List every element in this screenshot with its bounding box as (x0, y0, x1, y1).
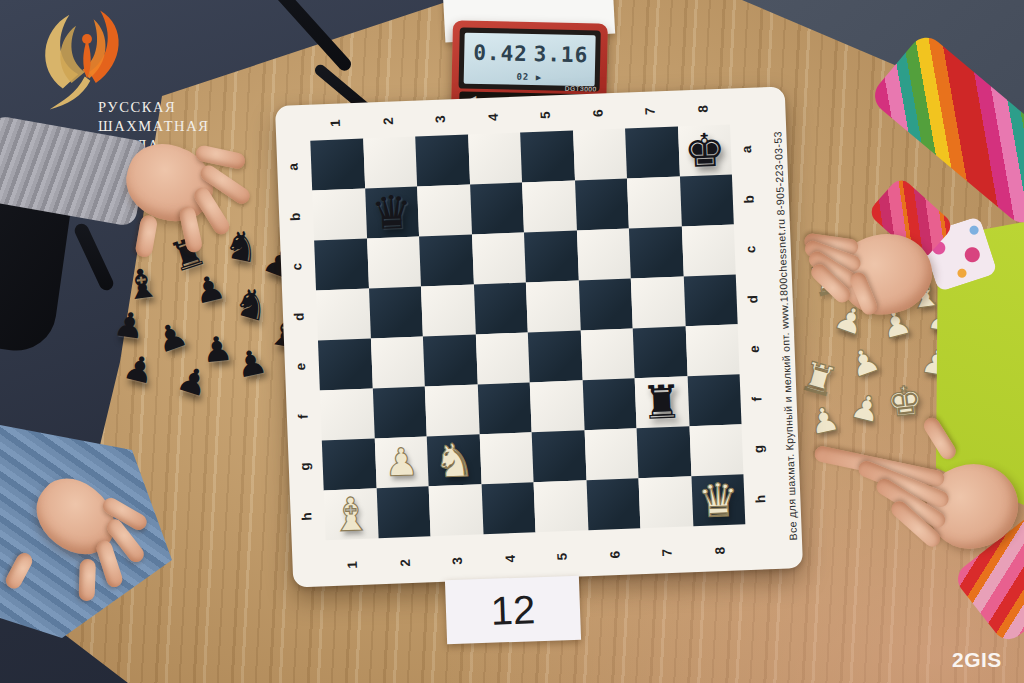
square-c4[interactable] (472, 232, 526, 284)
clock-bezel: 0.42 3.16 02 ▶ (459, 28, 601, 92)
white-bishop-h1[interactable]: ♝ (329, 491, 372, 539)
captured-white-piece-10[interactable]: ♟ (847, 388, 885, 428)
square-b2[interactable]: ♛ (365, 187, 419, 239)
square-a3[interactable] (415, 135, 469, 187)
rank-label-bottom-7: 7 (660, 548, 675, 556)
square-e6[interactable] (580, 328, 634, 380)
square-f6[interactable] (582, 378, 636, 430)
rank-label-bottom-5: 5 (555, 552, 570, 560)
logo-line-2: ШАХМАТНАЯ (98, 117, 210, 136)
file-label-right-d: d (745, 294, 760, 303)
square-c5[interactable] (524, 230, 578, 282)
file-label-right-e: e (747, 345, 762, 353)
square-c1[interactable] (314, 239, 368, 291)
square-f2[interactable] (372, 386, 426, 438)
file-label-right-c: c (743, 245, 758, 253)
file-label-right-h: h (753, 494, 768, 503)
square-g6[interactable] (584, 428, 638, 480)
captured-white-piece-9[interactable]: ♚ (885, 379, 925, 423)
clock-lcd: 0.42 3.16 02 ▶ (464, 33, 596, 87)
square-g5[interactable] (532, 430, 586, 482)
watermark-2gis: 2GIS (952, 648, 1002, 672)
table-number: 12 (490, 587, 536, 634)
captured-white-piece-7[interactable]: ♟ (844, 341, 884, 383)
black-king-a8[interactable]: ♚ (683, 127, 726, 175)
square-e1[interactable] (318, 338, 372, 390)
rank-label-top-4: 4 (486, 113, 501, 121)
captured-black-piece-10[interactable]: ♟ (120, 349, 158, 389)
captured-white-piece-6[interactable]: ♜ (796, 355, 841, 403)
file-label-right-f: f (749, 396, 764, 401)
square-a5[interactable] (520, 131, 574, 183)
file-label-left-d: d (291, 312, 306, 321)
white-pawn-g2[interactable]: ♟ (384, 443, 420, 482)
square-a2[interactable] (363, 137, 417, 189)
captured-black-piece-5[interactable]: ♟ (112, 306, 147, 344)
square-b1[interactable] (312, 189, 366, 241)
captured-black-piece-7[interactable]: ♟ (151, 316, 191, 358)
rank-labels-bottom: 12345678 (326, 534, 747, 580)
square-h8[interactable]: ♛ (691, 474, 745, 526)
board-grid: ♚♛♜♟♞♝♛ (310, 125, 745, 541)
captured-black-piece-12[interactable]: ♟ (173, 360, 212, 402)
white-knight-g3[interactable]: ♞ (432, 437, 475, 485)
square-g3[interactable]: ♞ (427, 434, 481, 486)
square-f1[interactable] (320, 388, 374, 440)
rank-label-top-6: 6 (591, 109, 606, 117)
square-h6[interactable] (586, 478, 640, 530)
square-b6[interactable] (575, 179, 629, 231)
square-d8[interactable] (683, 274, 737, 326)
rank-label-bottom-2: 2 (398, 558, 413, 566)
square-d7[interactable] (631, 276, 685, 328)
square-e4[interactable] (475, 332, 529, 384)
left-hand-finger (79, 559, 96, 602)
square-c3[interactable] (419, 235, 473, 287)
square-c6[interactable] (576, 228, 630, 280)
captured-black-piece-9[interactable]: ♟ (200, 330, 234, 367)
square-g8[interactable] (689, 424, 743, 476)
clock-time-right: 3.16 (533, 42, 588, 67)
rank-label-top-3: 3 (433, 115, 448, 123)
clock-brand-label: DGT3000 (565, 85, 597, 93)
square-d2[interactable] (369, 286, 423, 338)
captured-black-piece-2[interactable]: ♝ (121, 262, 162, 307)
square-h1[interactable]: ♝ (324, 488, 378, 540)
square-d6[interactable] (578, 278, 632, 330)
square-a7[interactable] (625, 127, 679, 179)
file-label-left-c: c (289, 262, 304, 270)
square-h2[interactable] (376, 486, 430, 538)
file-label-right-a: a (739, 145, 754, 153)
square-e2[interactable] (370, 336, 424, 388)
square-h4[interactable] (481, 482, 535, 534)
square-a8[interactable]: ♚ (678, 125, 732, 177)
rank-label-bottom-6: 6 (607, 550, 622, 558)
square-e7[interactable] (633, 326, 687, 378)
rank-label-bottom-3: 3 (450, 556, 465, 564)
rank-label-top-7: 7 (643, 107, 658, 115)
file-label-right-b: b (741, 194, 756, 203)
file-label-left-e: e (293, 362, 308, 370)
captured-black-piece-6[interactable]: ♞ (229, 280, 274, 328)
square-g2[interactable]: ♟ (374, 436, 428, 488)
square-b7[interactable] (627, 176, 681, 228)
square-d4[interactable] (473, 282, 527, 334)
file-label-right-g: g (751, 444, 766, 453)
square-d1[interactable] (316, 289, 370, 341)
file-label-left-a: a (286, 162, 301, 170)
captured-black-piece-4[interactable]: ♟ (190, 269, 228, 309)
file-label-left-g: g (297, 462, 312, 471)
clock-time-left: 0.42 (473, 41, 528, 66)
rank-label-top-8: 8 (695, 104, 710, 112)
file-label-left-h: h (299, 512, 314, 521)
square-b8[interactable] (679, 174, 733, 226)
file-label-left-f: f (295, 414, 310, 419)
rank-label-top-5: 5 (538, 111, 553, 119)
square-h7[interactable] (638, 476, 692, 528)
square-b5[interactable] (522, 181, 576, 233)
rank-label-bottom-1: 1 (345, 560, 360, 568)
square-a6[interactable] (573, 129, 627, 181)
square-f3[interactable] (425, 384, 479, 436)
square-c2[interactable] (367, 237, 421, 289)
square-g4[interactable] (479, 432, 533, 484)
square-f5[interactable] (530, 380, 584, 432)
square-d3[interactable] (421, 284, 475, 336)
square-d5[interactable] (526, 280, 580, 332)
square-b3[interactable] (417, 185, 471, 237)
tournament-photo-scene: { "game": "chess", "event": { "organizer… (0, 0, 1024, 683)
black-rook-f7[interactable]: ♜ (640, 379, 683, 427)
square-h5[interactable] (534, 480, 588, 532)
square-h3[interactable] (429, 484, 483, 536)
square-g7[interactable] (637, 426, 691, 478)
square-g1[interactable] (322, 438, 376, 490)
square-f8[interactable] (687, 374, 741, 426)
square-e8[interactable] (685, 324, 739, 376)
square-f4[interactable] (477, 382, 531, 434)
captured-white-piece-11[interactable]: ♟ (806, 400, 843, 440)
file-label-left-b: b (288, 212, 303, 221)
rank-label-bottom-4: 4 (503, 554, 518, 562)
logo-line-1: РУССКАЯ (98, 98, 210, 117)
clock-move-counter: 02 ▶ (464, 71, 595, 84)
rank-label-top-1: 1 (328, 119, 343, 127)
square-c7[interactable] (629, 226, 683, 278)
chessboard: 12345678 12345678 abcdefgh abcdefgh Все … (275, 86, 803, 587)
square-b4[interactable] (470, 183, 524, 235)
square-e3[interactable] (423, 334, 477, 386)
rank-label-top-2: 2 (381, 117, 396, 125)
square-e5[interactable] (528, 330, 582, 382)
white-queen-h8[interactable]: ♛ (697, 476, 740, 524)
black-queen-b2[interactable]: ♛ (370, 189, 413, 237)
square-f7[interactable]: ♜ (635, 376, 689, 428)
square-a4[interactable] (468, 133, 522, 185)
rank-label-bottom-8: 8 (712, 546, 727, 554)
square-a1[interactable] (310, 139, 364, 191)
square-c8[interactable] (681, 224, 735, 276)
table-number-card: 12 (445, 576, 581, 645)
